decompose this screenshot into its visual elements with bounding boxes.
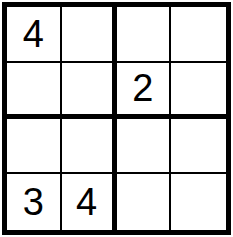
cell-r4c4[interactable] [171, 174, 226, 230]
cell-r3c2[interactable] [62, 119, 117, 175]
cell-r3c4[interactable] [171, 119, 226, 175]
cell-r1c4[interactable] [171, 7, 226, 63]
cell-r4c1[interactable]: 3 [7, 174, 62, 230]
cell-r4c3[interactable] [117, 174, 172, 230]
cell-r1c3[interactable] [117, 7, 172, 63]
cell-r3c1[interactable] [7, 119, 62, 175]
cell-r3c3[interactable] [117, 119, 172, 175]
cell-r2c1[interactable] [7, 63, 62, 119]
sudoku-board: 4 2 3 4 [2, 2, 231, 235]
cell-r2c3[interactable]: 2 [117, 63, 172, 119]
cell-r1c2[interactable] [62, 7, 117, 63]
cell-r2c4[interactable] [171, 63, 226, 119]
cell-r1c1[interactable]: 4 [7, 7, 62, 63]
cell-r4c2[interactable]: 4 [62, 174, 117, 230]
sudoku-page: 4 2 3 4 [0, 0, 233, 237]
cell-r2c2[interactable] [62, 63, 117, 119]
